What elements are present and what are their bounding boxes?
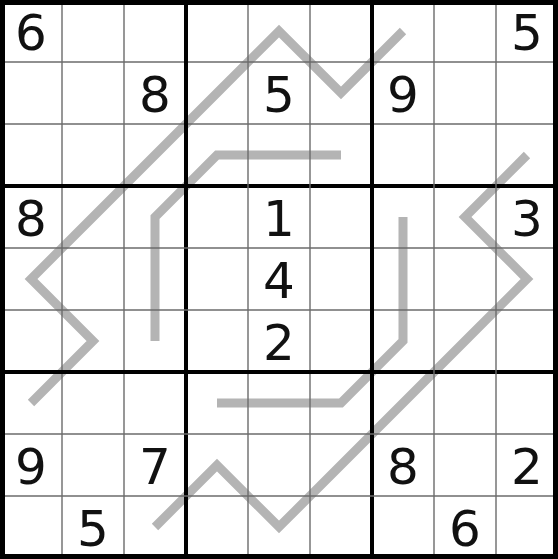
cell-r3c1[interactable] [0,124,62,186]
cell-r7c9[interactable] [496,372,558,434]
cell-r3c9[interactable] [496,124,558,186]
cell-r7c3[interactable] [124,372,186,434]
cell-r2c8[interactable] [434,62,496,124]
cell-r2c1[interactable] [0,62,62,124]
cell-r3c3[interactable] [124,124,186,186]
cell-r5c2[interactable] [62,248,124,310]
cell-r4c1[interactable]: 8 [0,186,62,248]
cell-r8c4[interactable] [186,434,248,496]
cell-r6c9[interactable] [496,310,558,372]
cell-r3c7[interactable] [372,124,434,186]
cell-r1c2[interactable] [62,0,124,62]
cell-r1c6[interactable] [310,0,372,62]
cell-r8c3[interactable]: 7 [124,434,186,496]
sudoku-board: 6585981342978256 [0,0,558,559]
cell-r2c9[interactable] [496,62,558,124]
cell-r2c4[interactable] [186,62,248,124]
cell-r4c5[interactable]: 1 [248,186,310,248]
cell-r1c3[interactable] [124,0,186,62]
cell-r9c6[interactable] [310,496,372,558]
cell-r4c8[interactable] [434,186,496,248]
cell-r9c4[interactable] [186,496,248,558]
cell-r9c9[interactable] [496,496,558,558]
cell-r1c4[interactable] [186,0,248,62]
cell-r1c9[interactable]: 5 [496,0,558,62]
cell-r4c6[interactable] [310,186,372,248]
cell-r6c7[interactable] [372,310,434,372]
cell-r5c1[interactable] [0,248,62,310]
cell-r1c5[interactable] [248,0,310,62]
cell-r6c5[interactable]: 2 [248,310,310,372]
cell-r2c7[interactable]: 9 [372,62,434,124]
cell-r4c7[interactable] [372,186,434,248]
cell-r3c2[interactable] [62,124,124,186]
cell-r4c2[interactable] [62,186,124,248]
cell-r9c5[interactable] [248,496,310,558]
cell-r2c3[interactable]: 8 [124,62,186,124]
cell-r6c3[interactable] [124,310,186,372]
cell-r2c2[interactable] [62,62,124,124]
cell-r5c3[interactable] [124,248,186,310]
cell-r6c2[interactable] [62,310,124,372]
cell-r7c7[interactable] [372,372,434,434]
cell-r7c4[interactable] [186,372,248,434]
cell-r8c7[interactable]: 8 [372,434,434,496]
cell-r4c9[interactable]: 3 [496,186,558,248]
cell-r7c2[interactable] [62,372,124,434]
cell-r7c6[interactable] [310,372,372,434]
cell-r3c8[interactable] [434,124,496,186]
cell-r4c3[interactable] [124,186,186,248]
cell-r8c2[interactable] [62,434,124,496]
cell-r6c6[interactable] [310,310,372,372]
cell-r1c1[interactable]: 6 [0,0,62,62]
cell-r7c8[interactable] [434,372,496,434]
cell-r8c6[interactable] [310,434,372,496]
cell-r5c7[interactable] [372,248,434,310]
cell-r2c6[interactable] [310,62,372,124]
cell-r3c5[interactable] [248,124,310,186]
cell-r5c4[interactable] [186,248,248,310]
cell-r2c5[interactable]: 5 [248,62,310,124]
cell-r1c7[interactable] [372,0,434,62]
cell-r6c1[interactable] [0,310,62,372]
cell-r3c6[interactable] [310,124,372,186]
cell-r9c3[interactable] [124,496,186,558]
cell-r5c6[interactable] [310,248,372,310]
cell-r5c9[interactable] [496,248,558,310]
cell-r8c5[interactable] [248,434,310,496]
cell-r6c8[interactable] [434,310,496,372]
cell-r7c1[interactable] [0,372,62,434]
cells-layer: 6585981342978256 [0,0,558,558]
cell-r8c8[interactable] [434,434,496,496]
cell-r5c8[interactable] [434,248,496,310]
cell-r7c5[interactable] [248,372,310,434]
cell-r3c4[interactable] [186,124,248,186]
cell-r8c1[interactable]: 9 [0,434,62,496]
cell-r9c7[interactable] [372,496,434,558]
cell-r9c8[interactable]: 6 [434,496,496,558]
cell-r8c9[interactable]: 2 [496,434,558,496]
cell-r9c1[interactable] [0,496,62,558]
cell-r5c5[interactable]: 4 [248,248,310,310]
cell-r6c4[interactable] [186,310,248,372]
cell-r4c4[interactable] [186,186,248,248]
cell-r1c8[interactable] [434,0,496,62]
cell-r9c2[interactable]: 5 [62,496,124,558]
